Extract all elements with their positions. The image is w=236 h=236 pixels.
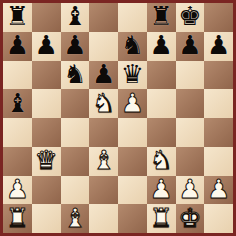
square-b4[interactable] <box>32 118 61 147</box>
square-h4[interactable] <box>204 118 233 147</box>
square-f2[interactable]: ♟ <box>147 176 176 205</box>
square-d7[interactable] <box>89 32 118 61</box>
square-c4[interactable] <box>61 118 90 147</box>
square-c6[interactable]: ♞ <box>61 61 90 90</box>
square-h3[interactable] <box>204 147 233 176</box>
black-knight-c6[interactable]: ♞ <box>63 61 86 88</box>
white-rook-f1[interactable]: ♜ <box>149 204 172 231</box>
square-c5[interactable] <box>61 89 90 118</box>
black-pawn-d6[interactable]: ♟ <box>92 61 115 88</box>
square-g8[interactable]: ♚ <box>176 3 205 32</box>
square-b3[interactable]: ♛ <box>32 147 61 176</box>
square-b8[interactable] <box>32 3 61 32</box>
square-e1[interactable] <box>118 204 147 233</box>
black-pawn-c7[interactable]: ♟ <box>63 32 86 59</box>
square-c2[interactable] <box>61 176 90 205</box>
square-h7[interactable]: ♟ <box>204 32 233 61</box>
square-f3[interactable]: ♞ <box>147 147 176 176</box>
square-a1[interactable]: ♜ <box>3 204 32 233</box>
square-e3[interactable] <box>118 147 147 176</box>
square-h8[interactable] <box>204 3 233 32</box>
square-d8[interactable] <box>89 3 118 32</box>
square-a6[interactable] <box>3 61 32 90</box>
white-pawn-h2[interactable]: ♟ <box>207 176 230 203</box>
square-f1[interactable]: ♜ <box>147 204 176 233</box>
square-a2[interactable]: ♟ <box>3 176 32 205</box>
black-rook-a8[interactable]: ♜ <box>6 3 29 30</box>
square-a8[interactable]: ♜ <box>3 3 32 32</box>
square-e6[interactable]: ♛ <box>118 61 147 90</box>
black-knight-e7[interactable]: ♞ <box>121 32 144 59</box>
square-f8[interactable]: ♜ <box>147 3 176 32</box>
square-c8[interactable]: ♝ <box>61 3 90 32</box>
chess-board: ♜♝♜♚♟♟♟♞♟♟♟♞♟♛♝♞♟♛♝♞♟♟♟♟♜♝♜♚ <box>0 0 236 236</box>
square-d2[interactable] <box>89 176 118 205</box>
white-bishop-d3[interactable]: ♝ <box>92 147 115 174</box>
square-e2[interactable] <box>118 176 147 205</box>
square-f7[interactable]: ♟ <box>147 32 176 61</box>
square-h6[interactable] <box>204 61 233 90</box>
square-c7[interactable]: ♟ <box>61 32 90 61</box>
square-e4[interactable] <box>118 118 147 147</box>
square-b2[interactable] <box>32 176 61 205</box>
square-b1[interactable] <box>32 204 61 233</box>
square-h2[interactable]: ♟ <box>204 176 233 205</box>
square-d4[interactable] <box>89 118 118 147</box>
square-a5[interactable]: ♝ <box>3 89 32 118</box>
white-knight-d5[interactable]: ♞ <box>92 89 115 116</box>
square-a7[interactable]: ♟ <box>3 32 32 61</box>
white-rook-a1[interactable]: ♜ <box>6 204 29 231</box>
square-e5[interactable]: ♟ <box>118 89 147 118</box>
square-c1[interactable]: ♝ <box>61 204 90 233</box>
white-pawn-e5[interactable]: ♟ <box>121 89 144 116</box>
white-king-g1[interactable]: ♚ <box>178 204 201 231</box>
square-d3[interactable]: ♝ <box>89 147 118 176</box>
white-knight-f3[interactable]: ♞ <box>149 147 172 174</box>
black-pawn-f7[interactable]: ♟ <box>149 32 172 59</box>
black-king-g8[interactable]: ♚ <box>178 3 201 30</box>
square-f4[interactable] <box>147 118 176 147</box>
square-b6[interactable] <box>32 61 61 90</box>
black-bishop-c8[interactable]: ♝ <box>63 3 86 30</box>
square-e8[interactable] <box>118 3 147 32</box>
white-pawn-g2[interactable]: ♟ <box>178 176 201 203</box>
square-g1[interactable]: ♚ <box>176 204 205 233</box>
square-g7[interactable]: ♟ <box>176 32 205 61</box>
black-queen-e6[interactable]: ♛ <box>121 61 144 88</box>
square-g6[interactable] <box>176 61 205 90</box>
square-g4[interactable] <box>176 118 205 147</box>
black-bishop-a5[interactable]: ♝ <box>6 89 29 116</box>
white-queen-b3[interactable]: ♛ <box>34 147 57 174</box>
square-e7[interactable]: ♞ <box>118 32 147 61</box>
square-h5[interactable] <box>204 89 233 118</box>
black-pawn-b7[interactable]: ♟ <box>34 32 57 59</box>
square-b7[interactable]: ♟ <box>32 32 61 61</box>
square-c3[interactable] <box>61 147 90 176</box>
square-g5[interactable] <box>176 89 205 118</box>
square-d6[interactable]: ♟ <box>89 61 118 90</box>
square-g2[interactable]: ♟ <box>176 176 205 205</box>
square-b5[interactable] <box>32 89 61 118</box>
white-pawn-f2[interactable]: ♟ <box>149 176 172 203</box>
square-h1[interactable] <box>204 204 233 233</box>
white-pawn-a2[interactable]: ♟ <box>6 176 29 203</box>
square-a3[interactable] <box>3 147 32 176</box>
square-f6[interactable] <box>147 61 176 90</box>
black-pawn-h7[interactable]: ♟ <box>207 32 230 59</box>
square-d5[interactable]: ♞ <box>89 89 118 118</box>
white-bishop-c1[interactable]: ♝ <box>63 204 86 231</box>
black-pawn-g7[interactable]: ♟ <box>178 32 201 59</box>
black-rook-f8[interactable]: ♜ <box>149 3 172 30</box>
square-g3[interactable] <box>176 147 205 176</box>
square-f5[interactable] <box>147 89 176 118</box>
square-d1[interactable] <box>89 204 118 233</box>
black-pawn-a7[interactable]: ♟ <box>6 32 29 59</box>
square-a4[interactable] <box>3 118 32 147</box>
